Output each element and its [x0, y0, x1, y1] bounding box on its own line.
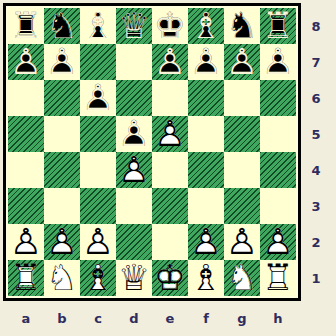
- black-pawn: ♙: [116, 116, 152, 152]
- square-c2[interactable]: ♟♙: [80, 224, 116, 260]
- square-e1[interactable]: ♚♔: [152, 260, 188, 296]
- square-f5[interactable]: [188, 116, 224, 152]
- square-e6[interactable]: [152, 80, 188, 116]
- white-pawn: ♟: [188, 224, 224, 260]
- rank-labels: 87654321: [303, 8, 329, 296]
- square-g5[interactable]: [224, 116, 260, 152]
- square-g1[interactable]: ♞♘: [224, 260, 260, 296]
- black-rook: ♖: [8, 8, 44, 44]
- white-knight: ♘: [44, 260, 80, 296]
- white-queen: ♛: [116, 260, 152, 296]
- black-pawn: ♙: [8, 44, 44, 80]
- square-d7[interactable]: [116, 44, 152, 80]
- white-rook: ♖: [8, 260, 44, 296]
- white-pawn: ♙: [8, 224, 44, 260]
- square-f3[interactable]: [188, 188, 224, 224]
- white-pawn: ♙: [116, 152, 152, 188]
- black-pawn: ♟: [80, 80, 116, 116]
- square-d6[interactable]: [116, 80, 152, 116]
- file-label-a: a: [8, 303, 44, 333]
- square-h1[interactable]: ♜♖: [260, 260, 296, 296]
- square-f4[interactable]: [188, 152, 224, 188]
- white-bishop: ♝: [80, 260, 116, 296]
- square-a4[interactable]: [8, 152, 44, 188]
- rank-label-1: 1: [303, 260, 329, 296]
- black-king: ♚: [152, 8, 188, 44]
- square-b1[interactable]: ♞♘: [44, 260, 80, 296]
- black-pawn: ♙: [224, 44, 260, 80]
- square-f2[interactable]: ♟♙: [188, 224, 224, 260]
- square-d4[interactable]: ♟♙: [116, 152, 152, 188]
- white-pawn: ♟: [116, 152, 152, 188]
- file-label-e: e: [152, 303, 188, 333]
- square-d5[interactable]: ♟♙: [116, 116, 152, 152]
- black-pawn: ♟: [152, 44, 188, 80]
- white-rook: ♖: [260, 260, 296, 296]
- rank-label-7: 7: [303, 44, 329, 80]
- square-f6[interactable]: [188, 80, 224, 116]
- square-a7[interactable]: ♟♙: [8, 44, 44, 80]
- black-pawn: ♟: [260, 44, 296, 80]
- white-pawn: ♟: [224, 224, 260, 260]
- black-pawn: ♙: [80, 80, 116, 116]
- black-pawn: ♙: [152, 44, 188, 80]
- black-knight: ♞: [44, 8, 80, 44]
- square-g8[interactable]: ♞♘: [224, 8, 260, 44]
- black-pawn: ♟: [188, 44, 224, 80]
- file-label-g: g: [224, 303, 260, 333]
- black-pawn: ♟: [116, 116, 152, 152]
- rank-label-4: 4: [303, 152, 329, 188]
- file-label-c: c: [80, 303, 116, 333]
- white-bishop: ♗: [80, 260, 116, 296]
- square-a6[interactable]: [8, 80, 44, 116]
- black-pawn: ♙: [44, 44, 80, 80]
- square-a3[interactable]: [8, 188, 44, 224]
- square-b3[interactable]: [44, 188, 80, 224]
- chess-diagram: ♜♖♞♘♝♗♛♕♚♔♝♗♞♘♜♖♟♙♟♙♟♙♟♙♟♙♟♙♟♙♟♙♟♙♟♙♟♙♟♙…: [0, 0, 336, 336]
- white-pawn: ♙: [44, 224, 80, 260]
- square-d1[interactable]: ♛♕: [116, 260, 152, 296]
- square-d8[interactable]: ♛♕: [116, 8, 152, 44]
- black-bishop: ♝: [188, 8, 224, 44]
- square-b4[interactable]: [44, 152, 80, 188]
- square-g4[interactable]: [224, 152, 260, 188]
- black-pawn: ♙: [188, 44, 224, 80]
- white-bishop: ♗: [188, 260, 224, 296]
- square-a2[interactable]: ♟♙: [8, 224, 44, 260]
- white-pawn: ♙: [224, 224, 260, 260]
- white-pawn: ♟: [80, 224, 116, 260]
- black-rook: ♜: [260, 8, 296, 44]
- square-d3[interactable]: [116, 188, 152, 224]
- white-queen: ♕: [116, 260, 152, 296]
- square-c4[interactable]: [80, 152, 116, 188]
- square-b8[interactable]: ♞♘: [44, 8, 80, 44]
- black-pawn: ♟: [44, 44, 80, 80]
- square-h8[interactable]: ♜♖: [260, 8, 296, 44]
- square-b5[interactable]: [44, 116, 80, 152]
- white-pawn: ♟: [260, 224, 296, 260]
- rank-label-6: 6: [303, 80, 329, 116]
- white-pawn: ♟: [8, 224, 44, 260]
- black-pawn: ♟: [224, 44, 260, 80]
- file-label-d: d: [116, 303, 152, 333]
- black-rook: ♖: [260, 8, 296, 44]
- white-king: ♚: [152, 260, 188, 296]
- square-a8[interactable]: ♜♖: [8, 8, 44, 44]
- black-queen: ♛: [116, 8, 152, 44]
- square-e7[interactable]: ♟♙: [152, 44, 188, 80]
- white-king: ♔: [152, 260, 188, 296]
- white-knight: ♘: [224, 260, 260, 296]
- file-label-h: h: [260, 303, 296, 333]
- black-knight: ♞: [224, 8, 260, 44]
- square-b6[interactable]: [44, 80, 80, 116]
- rank-label-8: 8: [303, 8, 329, 44]
- white-pawn: ♙: [188, 224, 224, 260]
- black-king: ♔: [152, 8, 188, 44]
- square-e2[interactable]: [152, 224, 188, 260]
- rank-label-2: 2: [303, 224, 329, 260]
- file-label-b: b: [44, 303, 80, 333]
- square-h5[interactable]: [260, 116, 296, 152]
- square-b2[interactable]: ♟♙: [44, 224, 80, 260]
- square-g2[interactable]: ♟♙: [224, 224, 260, 260]
- rank-label-5: 5: [303, 116, 329, 152]
- black-rook: ♜: [8, 8, 44, 44]
- black-queen: ♕: [116, 8, 152, 44]
- white-pawn: ♙: [80, 224, 116, 260]
- white-knight: ♞: [224, 260, 260, 296]
- square-c1[interactable]: ♝♗: [80, 260, 116, 296]
- black-knight: ♘: [224, 8, 260, 44]
- square-e8[interactable]: ♚♔: [152, 8, 188, 44]
- file-labels: abcdefgh: [8, 303, 296, 333]
- black-knight: ♘: [44, 8, 80, 44]
- square-e5[interactable]: ♟♙: [152, 116, 188, 152]
- square-c7[interactable]: [80, 44, 116, 80]
- rank-label-3: 3: [303, 188, 329, 224]
- square-c8[interactable]: ♝♗: [80, 8, 116, 44]
- square-h6[interactable]: [260, 80, 296, 116]
- white-knight: ♞: [44, 260, 80, 296]
- square-g6[interactable]: [224, 80, 260, 116]
- square-a1[interactable]: ♜♖: [8, 260, 44, 296]
- square-b7[interactable]: ♟♙: [44, 44, 80, 80]
- square-e4[interactable]: [152, 152, 188, 188]
- black-pawn: ♙: [260, 44, 296, 80]
- square-f8[interactable]: ♝♗: [188, 8, 224, 44]
- square-h3[interactable]: [260, 188, 296, 224]
- white-pawn: ♙: [152, 116, 188, 152]
- white-rook: ♜: [260, 260, 296, 296]
- square-g3[interactable]: [224, 188, 260, 224]
- square-h4[interactable]: [260, 152, 296, 188]
- white-pawn: ♟: [152, 116, 188, 152]
- white-pawn: ♟: [44, 224, 80, 260]
- square-f7[interactable]: ♟♙: [188, 44, 224, 80]
- square-c5[interactable]: [80, 116, 116, 152]
- square-d2[interactable]: [116, 224, 152, 260]
- square-h7[interactable]: ♟♙: [260, 44, 296, 80]
- black-bishop: ♝: [80, 8, 116, 44]
- board-frame: ♜♖♞♘♝♗♛♕♚♔♝♗♞♘♜♖♟♙♟♙♟♙♟♙♟♙♟♙♟♙♟♙♟♙♟♙♟♙♟♙…: [3, 3, 301, 301]
- black-bishop: ♗: [188, 8, 224, 44]
- square-h2[interactable]: ♟♙: [260, 224, 296, 260]
- black-pawn: ♟: [8, 44, 44, 80]
- square-c3[interactable]: [80, 188, 116, 224]
- square-g7[interactable]: ♟♙: [224, 44, 260, 80]
- white-bishop: ♝: [188, 260, 224, 296]
- file-label-f: f: [188, 303, 224, 333]
- square-a5[interactable]: [8, 116, 44, 152]
- white-pawn: ♙: [260, 224, 296, 260]
- chess-board: ♜♖♞♘♝♗♛♕♚♔♝♗♞♘♜♖♟♙♟♙♟♙♟♙♟♙♟♙♟♙♟♙♟♙♟♙♟♙♟♙…: [8, 8, 296, 296]
- square-f1[interactable]: ♝♗: [188, 260, 224, 296]
- white-rook: ♜: [8, 260, 44, 296]
- square-e3[interactable]: [152, 188, 188, 224]
- black-bishop: ♗: [80, 8, 116, 44]
- square-c6[interactable]: ♟♙: [80, 80, 116, 116]
